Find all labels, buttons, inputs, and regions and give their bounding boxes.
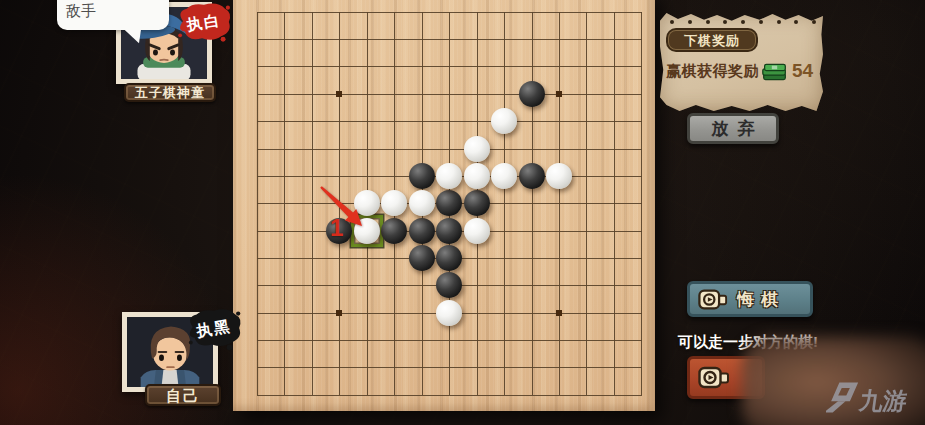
video-camera-icon bbox=[698, 288, 728, 311]
black-stone[interactable] bbox=[381, 218, 407, 244]
opponent-bubble-text: 敌手 bbox=[66, 2, 96, 21]
plays-white-badge: 执白 bbox=[175, 1, 233, 43]
reward-amount: 54 bbox=[792, 60, 813, 82]
black-stone[interactable] bbox=[409, 245, 435, 271]
opponent-name-label: 五子棋神童 bbox=[124, 83, 216, 102]
undo-button-label: 悔棋 bbox=[737, 288, 785, 311]
black-stone[interactable] bbox=[464, 190, 490, 216]
white-stone[interactable] bbox=[491, 163, 517, 189]
board-grid-line bbox=[504, 12, 505, 395]
board-star-point bbox=[336, 91, 342, 97]
money-banknotes-icon bbox=[761, 61, 788, 82]
board-star-point bbox=[336, 310, 342, 316]
black-stone[interactable] bbox=[436, 272, 462, 298]
reward-line: 赢棋获得奖励 54 bbox=[666, 60, 813, 82]
black-stone[interactable] bbox=[409, 163, 435, 189]
board-grid-line bbox=[559, 12, 560, 395]
white-stone[interactable] bbox=[546, 163, 572, 189]
reward-title-badge: 下棋奖励 bbox=[668, 30, 756, 50]
black-stone[interactable] bbox=[436, 190, 462, 216]
board-grid-line bbox=[614, 12, 615, 395]
watermark-text: 九游 bbox=[857, 387, 909, 414]
self-name-label: 自己 bbox=[145, 384, 221, 406]
white-stone[interactable] bbox=[436, 300, 462, 326]
black-stone[interactable] bbox=[519, 81, 545, 107]
board-grid-line bbox=[532, 12, 533, 395]
white-stone[interactable] bbox=[464, 163, 490, 189]
watermark-9game-logo: 九游 bbox=[826, 372, 925, 424]
board-grid-line bbox=[257, 367, 642, 368]
last-move-number: 1 bbox=[330, 214, 343, 242]
reward-line-label: 赢棋获得奖励 bbox=[666, 62, 759, 81]
undo-move-button[interactable]: 悔棋 bbox=[687, 281, 813, 317]
plays-black-badge: 执黑 bbox=[185, 306, 243, 352]
board-grid-line bbox=[257, 340, 642, 341]
white-stone[interactable] bbox=[464, 218, 490, 244]
note-perforation-dots bbox=[670, 20, 816, 24]
board-grid-line bbox=[586, 12, 587, 395]
white-stone[interactable] bbox=[381, 190, 407, 216]
give-up-button[interactable]: 放弃 bbox=[687, 113, 779, 144]
black-stone[interactable] bbox=[436, 218, 462, 244]
video-camera-icon bbox=[698, 365, 730, 390]
reward-note-panel: 下棋奖励 赢棋获得奖励 54 bbox=[660, 13, 823, 111]
board-grid-line bbox=[641, 12, 642, 395]
white-stone[interactable] bbox=[464, 136, 490, 162]
white-stone[interactable] bbox=[436, 163, 462, 189]
black-stone[interactable] bbox=[519, 163, 545, 189]
white-stone[interactable] bbox=[491, 108, 517, 134]
black-stone[interactable] bbox=[409, 218, 435, 244]
board-grid-line bbox=[257, 395, 642, 396]
game-screen: 1 敌手 执白 五子棋神童 bbox=[0, 0, 925, 425]
white-stone[interactable] bbox=[409, 190, 435, 216]
board-star-point bbox=[556, 310, 562, 316]
black-stone[interactable] bbox=[436, 245, 462, 271]
board-star-point bbox=[556, 91, 562, 97]
